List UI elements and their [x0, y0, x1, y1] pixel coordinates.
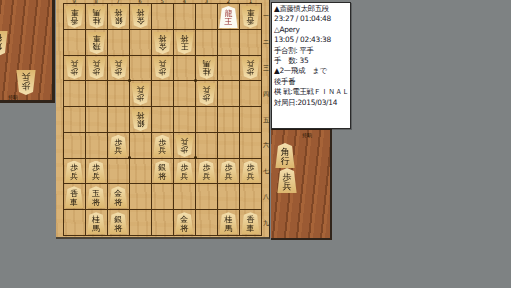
gote-captured-tray[interactable]: 持駒 角行歩兵 — [0, 0, 55, 103]
shogi-board[interactable]: 987654321 一二三四五六七八九 香車桂馬銀将金将香車飛車金将王将歩兵歩兵… — [56, 0, 270, 239]
sente-piece-桂-8九[interactable]: 桂馬 — [87, 212, 106, 234]
rank-label-3: 三 — [263, 64, 269, 73]
star-point — [128, 79, 131, 82]
sente-piece-歩-7六[interactable]: 歩兵 — [109, 135, 128, 157]
sente-piece-金-4九[interactable]: 金将 — [175, 212, 194, 234]
file-label-7: 7 — [107, 0, 129, 4]
sente-piece-銀-5七[interactable]: 銀将 — [153, 161, 172, 183]
square-2四[interactable] — [218, 81, 240, 107]
gote-piece-香-1一[interactable]: 香車 — [241, 6, 260, 28]
square-1四[interactable] — [240, 81, 262, 107]
gote-tray-label: 持駒 — [8, 94, 18, 100]
square-2六[interactable] — [218, 133, 240, 159]
rank-label-5: 五 — [263, 116, 269, 125]
square-6七[interactable] — [130, 159, 152, 185]
square-2五[interactable] — [218, 107, 240, 133]
info-line-4: 13:05 / 02:43:38 — [274, 35, 348, 45]
square-3八[interactable] — [196, 184, 218, 210]
shogi-app-screen: 持駒 角行歩兵 987654321 一二三四五六七八九 香車桂馬銀将金将香車飛車… — [0, 0, 511, 288]
sente-piece-歩-8七[interactable]: 歩兵 — [87, 161, 106, 183]
square-2八[interactable] — [218, 184, 240, 210]
square-6二[interactable] — [130, 30, 152, 56]
square-8六[interactable] — [86, 133, 108, 159]
sente-piece-香-9八[interactable]: 香車 — [65, 186, 84, 208]
square-3一[interactable] — [196, 4, 218, 30]
rank-label-7: 七 — [263, 167, 269, 176]
file-label-1: 1 — [239, 0, 261, 4]
square-6六[interactable] — [130, 133, 152, 159]
square-4四[interactable] — [174, 81, 196, 107]
gote-hand-歩[interactable]: 歩兵 — [16, 70, 36, 95]
info-line-2: 23:27 / 01:04:48 — [274, 14, 348, 24]
square-1五[interactable] — [240, 107, 262, 133]
sente-tray-label: 持駒 — [302, 132, 312, 138]
sente-piece-歩-5六[interactable]: 歩兵 — [153, 135, 172, 157]
square-3二[interactable] — [196, 30, 218, 56]
sente-piece-桂-2九[interactable]: 桂馬 — [219, 212, 238, 234]
info-line-9: 棋 戦:電王戦ＦＩＮＡＬ — [274, 87, 348, 97]
square-7二[interactable] — [108, 30, 130, 56]
square-8五[interactable] — [86, 107, 108, 133]
sente-piece-玉-8八[interactable]: 玉将 — [87, 186, 106, 208]
file-label-5: 5 — [151, 0, 173, 4]
square-5五[interactable] — [152, 107, 174, 133]
square-7四[interactable] — [108, 81, 130, 107]
square-9五[interactable] — [64, 107, 86, 133]
square-5一[interactable] — [152, 4, 174, 30]
sente-piece-歩-1七[interactable]: 歩兵 — [241, 161, 260, 183]
square-2三[interactable] — [218, 56, 240, 82]
info-line-5: 手合割: 平手 — [274, 46, 348, 56]
square-3六[interactable] — [196, 133, 218, 159]
square-1六[interactable] — [240, 133, 262, 159]
star-point — [194, 79, 197, 82]
sente-piece-歩-9七[interactable]: 歩兵 — [65, 161, 84, 183]
square-1二[interactable] — [240, 30, 262, 56]
square-5八[interactable] — [152, 184, 174, 210]
file-label-6: 6 — [129, 0, 151, 4]
gote-hand-角[interactable]: 角行 — [0, 31, 8, 56]
square-6九[interactable] — [130, 210, 152, 236]
sente-piece-龍-2一[interactable]: 龍王 — [219, 6, 238, 28]
square-9二[interactable] — [64, 30, 86, 56]
square-6三[interactable] — [130, 56, 152, 82]
rank-label-9: 九 — [263, 219, 269, 228]
star-point — [128, 156, 131, 159]
info-line-10: 対局日:2015/03/14 — [274, 98, 348, 108]
rank-label-6: 六 — [263, 141, 269, 150]
info-line-8: 後手番 — [274, 77, 348, 87]
file-label-9: 9 — [63, 0, 85, 4]
square-2二[interactable] — [218, 30, 240, 56]
rank-label-1: 一 — [263, 12, 269, 21]
square-4三[interactable] — [174, 56, 196, 82]
square-4八[interactable] — [174, 184, 196, 210]
info-line-1: ▲斎藤慎太郎五段 — [274, 4, 348, 14]
file-label-2: 2 — [217, 0, 239, 4]
file-label-8: 8 — [85, 0, 107, 4]
sente-piece-歩-3七[interactable]: 歩兵 — [197, 161, 216, 183]
file-label-4: 4 — [173, 0, 195, 4]
square-7七[interactable] — [108, 159, 130, 185]
rank-label-4: 四 — [263, 90, 269, 99]
info-line-3: △Apery — [274, 25, 348, 35]
sente-piece-金-7八[interactable]: 金将 — [109, 186, 128, 208]
square-4五[interactable] — [174, 107, 196, 133]
square-3九[interactable] — [196, 210, 218, 236]
info-line-7: ▲2一飛成 まで — [274, 66, 348, 76]
square-3五[interactable] — [196, 107, 218, 133]
square-6八[interactable] — [130, 184, 152, 210]
sente-captured-tray[interactable]: 持駒 角行歩兵 — [271, 128, 332, 240]
square-4一[interactable] — [174, 4, 196, 30]
rank-label-8: 八 — [263, 193, 269, 202]
sente-piece-歩-2七[interactable]: 歩兵 — [219, 161, 238, 183]
game-info-panel: ▲斎藤慎太郎五段23:27 / 01:04:48△Apery13:05 / 02… — [271, 2, 351, 129]
square-9四[interactable] — [64, 81, 86, 107]
square-9六[interactable] — [64, 133, 86, 159]
file-label-3: 3 — [195, 0, 217, 4]
square-9九[interactable] — [64, 210, 86, 236]
sente-piece-歩-4七[interactable]: 歩兵 — [175, 161, 194, 183]
sente-hand-歩[interactable]: 歩兵 — [277, 168, 297, 193]
square-5四[interactable] — [152, 81, 174, 107]
square-5九[interactable] — [152, 210, 174, 236]
info-line-6: 手 数: 35 — [274, 56, 348, 66]
square-8四[interactable] — [86, 81, 108, 107]
sente-hand-角[interactable]: 角行 — [275, 143, 295, 168]
sente-piece-銀-7九[interactable]: 銀将 — [109, 212, 128, 234]
sente-piece-香-1九[interactable]: 香車 — [241, 212, 260, 234]
square-1八[interactable] — [240, 184, 262, 210]
gote-piece-歩-1三[interactable]: 歩兵 — [241, 57, 260, 79]
square-7五[interactable] — [108, 107, 130, 133]
rank-label-2: 二 — [263, 38, 269, 47]
